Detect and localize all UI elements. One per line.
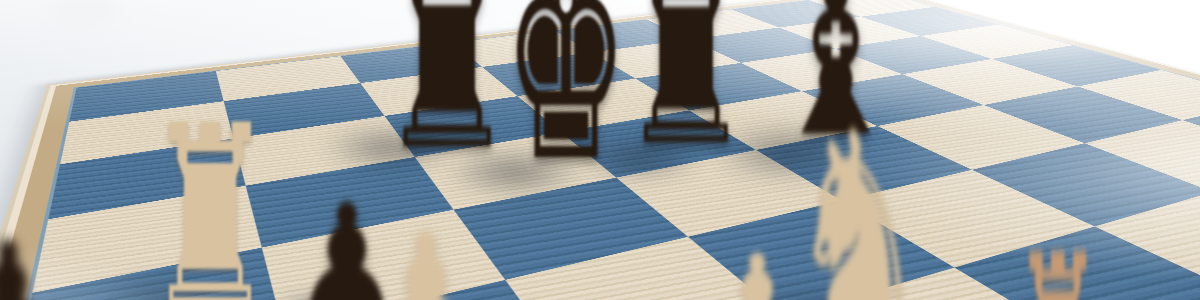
background-blurred-piece <box>50 0 120 24</box>
photo-stage: ♜♚♜♝♜♟♟♞♟♜♟ <box>0 0 1200 300</box>
chess-board <box>0 0 1200 300</box>
